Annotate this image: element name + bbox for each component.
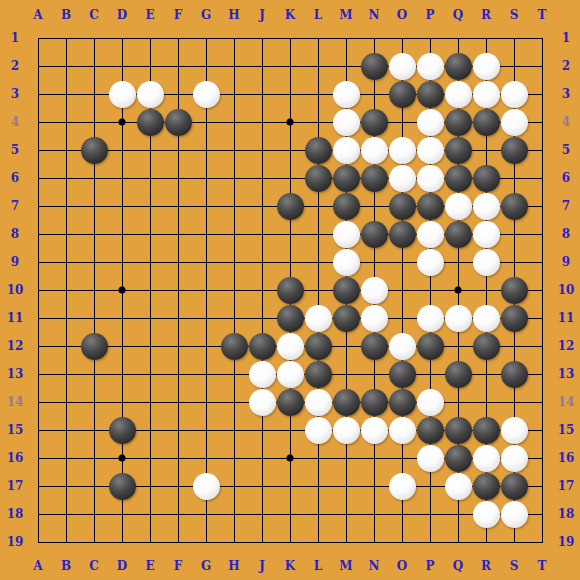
intersection-e16[interactable] (136, 444, 164, 472)
intersection-f7[interactable] (164, 192, 192, 220)
intersection-e8[interactable] (136, 220, 164, 248)
intersection-a3[interactable] (24, 80, 52, 108)
intersection-g1[interactable] (192, 24, 220, 52)
intersection-r19[interactable] (472, 528, 500, 556)
intersection-n16[interactable] (360, 444, 388, 472)
intersection-g17[interactable] (192, 472, 220, 500)
intersection-a14[interactable] (24, 388, 52, 416)
intersection-k7[interactable] (276, 192, 304, 220)
intersection-f19[interactable] (164, 528, 192, 556)
intersection-r2[interactable] (472, 52, 500, 80)
intersection-g6[interactable] (192, 164, 220, 192)
intersection-m11[interactable] (332, 304, 360, 332)
intersection-a12[interactable] (24, 332, 52, 360)
intersection-d16[interactable] (108, 444, 136, 472)
intersection-h10[interactable] (220, 276, 248, 304)
intersection-m8[interactable] (332, 220, 360, 248)
intersection-p18[interactable] (416, 500, 444, 528)
intersection-o19[interactable] (388, 528, 416, 556)
intersection-d14[interactable] (108, 388, 136, 416)
intersection-j10[interactable] (248, 276, 276, 304)
intersection-r7[interactable] (472, 192, 500, 220)
intersection-t6[interactable] (528, 164, 556, 192)
intersection-j3[interactable] (248, 80, 276, 108)
intersection-n7[interactable] (360, 192, 388, 220)
intersection-d12[interactable] (108, 332, 136, 360)
intersection-r11[interactable] (472, 304, 500, 332)
intersection-g16[interactable] (192, 444, 220, 472)
intersection-s11[interactable] (500, 304, 528, 332)
intersection-a17[interactable] (24, 472, 52, 500)
intersection-g8[interactable] (192, 220, 220, 248)
intersection-c1[interactable] (80, 24, 108, 52)
intersection-p15[interactable] (416, 416, 444, 444)
intersection-e14[interactable] (136, 388, 164, 416)
intersection-f6[interactable] (164, 164, 192, 192)
intersection-t9[interactable] (528, 248, 556, 276)
intersection-a7[interactable] (24, 192, 52, 220)
intersection-c13[interactable] (80, 360, 108, 388)
intersection-a5[interactable] (24, 136, 52, 164)
intersection-o9[interactable] (388, 248, 416, 276)
intersection-r10[interactable] (472, 276, 500, 304)
intersection-t17[interactable] (528, 472, 556, 500)
intersection-f12[interactable] (164, 332, 192, 360)
intersection-t10[interactable] (528, 276, 556, 304)
intersection-c9[interactable] (80, 248, 108, 276)
intersection-j14[interactable] (248, 388, 276, 416)
intersection-k17[interactable] (276, 472, 304, 500)
intersection-a8[interactable] (24, 220, 52, 248)
intersection-e2[interactable] (136, 52, 164, 80)
intersection-c7[interactable] (80, 192, 108, 220)
intersection-j13[interactable] (248, 360, 276, 388)
intersection-e5[interactable] (136, 136, 164, 164)
intersection-c15[interactable] (80, 416, 108, 444)
intersection-o16[interactable] (388, 444, 416, 472)
intersection-f11[interactable] (164, 304, 192, 332)
intersection-t18[interactable] (528, 500, 556, 528)
intersection-e4[interactable] (136, 108, 164, 136)
intersection-t5[interactable] (528, 136, 556, 164)
intersection-h12[interactable] (220, 332, 248, 360)
intersection-b12[interactable] (52, 332, 80, 360)
intersection-m9[interactable] (332, 248, 360, 276)
intersection-m17[interactable] (332, 472, 360, 500)
intersection-q10[interactable] (444, 276, 472, 304)
intersection-a4[interactable] (24, 108, 52, 136)
go-board[interactable] (24, 24, 556, 556)
intersection-n6[interactable] (360, 164, 388, 192)
intersection-d15[interactable] (108, 416, 136, 444)
intersection-a13[interactable] (24, 360, 52, 388)
intersection-q9[interactable] (444, 248, 472, 276)
intersection-t4[interactable] (528, 108, 556, 136)
intersection-d13[interactable] (108, 360, 136, 388)
intersection-c3[interactable] (80, 80, 108, 108)
intersection-l8[interactable] (304, 220, 332, 248)
intersection-o8[interactable] (388, 220, 416, 248)
intersection-m13[interactable] (332, 360, 360, 388)
intersection-q16[interactable] (444, 444, 472, 472)
intersection-j1[interactable] (248, 24, 276, 52)
intersection-n4[interactable] (360, 108, 388, 136)
intersection-n3[interactable] (360, 80, 388, 108)
intersection-j7[interactable] (248, 192, 276, 220)
intersection-n8[interactable] (360, 220, 388, 248)
intersection-m1[interactable] (332, 24, 360, 52)
intersection-e19[interactable] (136, 528, 164, 556)
intersection-a11[interactable] (24, 304, 52, 332)
intersection-o3[interactable] (388, 80, 416, 108)
intersection-o13[interactable] (388, 360, 416, 388)
intersection-f13[interactable] (164, 360, 192, 388)
intersection-p12[interactable] (416, 332, 444, 360)
intersection-l6[interactable] (304, 164, 332, 192)
intersection-q5[interactable] (444, 136, 472, 164)
intersection-n1[interactable] (360, 24, 388, 52)
intersection-b1[interactable] (52, 24, 80, 52)
intersection-m19[interactable] (332, 528, 360, 556)
intersection-r9[interactable] (472, 248, 500, 276)
intersection-p3[interactable] (416, 80, 444, 108)
intersection-h5[interactable] (220, 136, 248, 164)
intersection-s15[interactable] (500, 416, 528, 444)
intersection-b15[interactable] (52, 416, 80, 444)
intersection-h19[interactable] (220, 528, 248, 556)
intersection-h4[interactable] (220, 108, 248, 136)
intersection-b6[interactable] (52, 164, 80, 192)
intersection-c16[interactable] (80, 444, 108, 472)
intersection-a9[interactable] (24, 248, 52, 276)
intersection-l14[interactable] (304, 388, 332, 416)
intersection-m7[interactable] (332, 192, 360, 220)
intersection-r1[interactable] (472, 24, 500, 52)
intersection-n13[interactable] (360, 360, 388, 388)
intersection-j6[interactable] (248, 164, 276, 192)
intersection-r4[interactable] (472, 108, 500, 136)
intersection-d11[interactable] (108, 304, 136, 332)
intersection-d8[interactable] (108, 220, 136, 248)
intersection-f5[interactable] (164, 136, 192, 164)
intersection-l4[interactable] (304, 108, 332, 136)
intersection-h16[interactable] (220, 444, 248, 472)
intersection-b5[interactable] (52, 136, 80, 164)
intersection-d7[interactable] (108, 192, 136, 220)
intersection-m18[interactable] (332, 500, 360, 528)
intersection-l9[interactable] (304, 248, 332, 276)
intersection-b10[interactable] (52, 276, 80, 304)
intersection-g3[interactable] (192, 80, 220, 108)
intersection-b4[interactable] (52, 108, 80, 136)
intersection-j2[interactable] (248, 52, 276, 80)
intersection-d19[interactable] (108, 528, 136, 556)
intersection-m3[interactable] (332, 80, 360, 108)
intersection-t3[interactable] (528, 80, 556, 108)
intersection-p19[interactable] (416, 528, 444, 556)
intersection-s13[interactable] (500, 360, 528, 388)
intersection-p4[interactable] (416, 108, 444, 136)
intersection-b17[interactable] (52, 472, 80, 500)
intersection-s10[interactable] (500, 276, 528, 304)
intersection-h6[interactable] (220, 164, 248, 192)
intersection-r17[interactable] (472, 472, 500, 500)
intersection-j15[interactable] (248, 416, 276, 444)
intersection-o17[interactable] (388, 472, 416, 500)
intersection-k1[interactable] (276, 24, 304, 52)
intersection-p9[interactable] (416, 248, 444, 276)
intersection-k8[interactable] (276, 220, 304, 248)
intersection-e13[interactable] (136, 360, 164, 388)
intersection-s7[interactable] (500, 192, 528, 220)
intersection-f4[interactable] (164, 108, 192, 136)
intersection-q4[interactable] (444, 108, 472, 136)
intersection-o11[interactable] (388, 304, 416, 332)
intersection-s17[interactable] (500, 472, 528, 500)
intersection-s2[interactable] (500, 52, 528, 80)
intersection-p13[interactable] (416, 360, 444, 388)
intersection-g7[interactable] (192, 192, 220, 220)
intersection-o14[interactable] (388, 388, 416, 416)
intersection-f17[interactable] (164, 472, 192, 500)
intersection-h11[interactable] (220, 304, 248, 332)
intersection-r5[interactable] (472, 136, 500, 164)
intersection-k19[interactable] (276, 528, 304, 556)
intersection-q8[interactable] (444, 220, 472, 248)
intersection-e7[interactable] (136, 192, 164, 220)
intersection-t2[interactable] (528, 52, 556, 80)
intersection-n17[interactable] (360, 472, 388, 500)
intersection-p7[interactable] (416, 192, 444, 220)
intersection-o4[interactable] (388, 108, 416, 136)
intersection-m2[interactable] (332, 52, 360, 80)
intersection-c19[interactable] (80, 528, 108, 556)
intersection-s9[interactable] (500, 248, 528, 276)
intersection-f16[interactable] (164, 444, 192, 472)
intersection-q17[interactable] (444, 472, 472, 500)
intersection-g18[interactable] (192, 500, 220, 528)
intersection-h9[interactable] (220, 248, 248, 276)
intersection-b8[interactable] (52, 220, 80, 248)
intersection-e6[interactable] (136, 164, 164, 192)
intersection-p10[interactable] (416, 276, 444, 304)
intersection-h1[interactable] (220, 24, 248, 52)
intersection-o1[interactable] (388, 24, 416, 52)
intersection-s6[interactable] (500, 164, 528, 192)
intersection-q1[interactable] (444, 24, 472, 52)
intersection-n18[interactable] (360, 500, 388, 528)
intersection-j17[interactable] (248, 472, 276, 500)
intersection-k6[interactable] (276, 164, 304, 192)
intersection-e1[interactable] (136, 24, 164, 52)
intersection-l16[interactable] (304, 444, 332, 472)
intersection-c17[interactable] (80, 472, 108, 500)
intersection-t1[interactable] (528, 24, 556, 52)
intersection-p6[interactable] (416, 164, 444, 192)
intersection-a15[interactable] (24, 416, 52, 444)
intersection-m12[interactable] (332, 332, 360, 360)
intersection-p16[interactable] (416, 444, 444, 472)
intersection-k16[interactable] (276, 444, 304, 472)
intersection-c4[interactable] (80, 108, 108, 136)
intersection-n2[interactable] (360, 52, 388, 80)
intersection-b11[interactable] (52, 304, 80, 332)
intersection-n5[interactable] (360, 136, 388, 164)
intersection-q12[interactable] (444, 332, 472, 360)
intersection-j5[interactable] (248, 136, 276, 164)
intersection-d5[interactable] (108, 136, 136, 164)
intersection-m10[interactable] (332, 276, 360, 304)
intersection-d17[interactable] (108, 472, 136, 500)
intersection-p8[interactable] (416, 220, 444, 248)
intersection-f3[interactable] (164, 80, 192, 108)
intersection-o12[interactable] (388, 332, 416, 360)
intersection-d10[interactable] (108, 276, 136, 304)
intersection-l19[interactable] (304, 528, 332, 556)
intersection-r18[interactable] (472, 500, 500, 528)
intersection-e11[interactable] (136, 304, 164, 332)
intersection-k2[interactable] (276, 52, 304, 80)
intersection-h7[interactable] (220, 192, 248, 220)
intersection-f1[interactable] (164, 24, 192, 52)
intersection-m15[interactable] (332, 416, 360, 444)
intersection-l1[interactable] (304, 24, 332, 52)
intersection-c8[interactable] (80, 220, 108, 248)
intersection-o18[interactable] (388, 500, 416, 528)
intersection-c12[interactable] (80, 332, 108, 360)
intersection-m4[interactable] (332, 108, 360, 136)
intersection-b19[interactable] (52, 528, 80, 556)
intersection-l15[interactable] (304, 416, 332, 444)
intersection-k9[interactable] (276, 248, 304, 276)
intersection-g2[interactable] (192, 52, 220, 80)
intersection-e12[interactable] (136, 332, 164, 360)
intersection-g9[interactable] (192, 248, 220, 276)
intersection-h3[interactable] (220, 80, 248, 108)
intersection-q11[interactable] (444, 304, 472, 332)
intersection-l17[interactable] (304, 472, 332, 500)
intersection-p5[interactable] (416, 136, 444, 164)
intersection-t14[interactable] (528, 388, 556, 416)
intersection-s3[interactable] (500, 80, 528, 108)
intersection-b7[interactable] (52, 192, 80, 220)
intersection-b18[interactable] (52, 500, 80, 528)
intersection-b3[interactable] (52, 80, 80, 108)
intersection-m16[interactable] (332, 444, 360, 472)
intersection-g5[interactable] (192, 136, 220, 164)
intersection-m6[interactable] (332, 164, 360, 192)
intersection-c5[interactable] (80, 136, 108, 164)
intersection-q13[interactable] (444, 360, 472, 388)
intersection-s18[interactable] (500, 500, 528, 528)
intersection-j11[interactable] (248, 304, 276, 332)
intersection-a2[interactable] (24, 52, 52, 80)
intersection-k14[interactable] (276, 388, 304, 416)
intersection-l10[interactable] (304, 276, 332, 304)
intersection-c11[interactable] (80, 304, 108, 332)
intersection-h14[interactable] (220, 388, 248, 416)
intersection-e15[interactable] (136, 416, 164, 444)
intersection-b14[interactable] (52, 388, 80, 416)
intersection-n19[interactable] (360, 528, 388, 556)
intersection-k10[interactable] (276, 276, 304, 304)
intersection-m5[interactable] (332, 136, 360, 164)
intersection-j18[interactable] (248, 500, 276, 528)
intersection-q3[interactable] (444, 80, 472, 108)
intersection-k5[interactable] (276, 136, 304, 164)
intersection-a6[interactable] (24, 164, 52, 192)
intersection-f18[interactable] (164, 500, 192, 528)
intersection-k13[interactable] (276, 360, 304, 388)
intersection-k11[interactable] (276, 304, 304, 332)
intersection-e17[interactable] (136, 472, 164, 500)
intersection-k4[interactable] (276, 108, 304, 136)
intersection-d18[interactable] (108, 500, 136, 528)
intersection-r8[interactable] (472, 220, 500, 248)
intersection-s8[interactable] (500, 220, 528, 248)
intersection-d9[interactable] (108, 248, 136, 276)
intersection-n10[interactable] (360, 276, 388, 304)
intersection-q2[interactable] (444, 52, 472, 80)
intersection-r13[interactable] (472, 360, 500, 388)
intersection-g13[interactable] (192, 360, 220, 388)
intersection-b9[interactable] (52, 248, 80, 276)
intersection-o5[interactable] (388, 136, 416, 164)
intersection-k15[interactable] (276, 416, 304, 444)
intersection-f9[interactable] (164, 248, 192, 276)
intersection-k3[interactable] (276, 80, 304, 108)
intersection-a19[interactable] (24, 528, 52, 556)
intersection-h13[interactable] (220, 360, 248, 388)
intersection-g10[interactable] (192, 276, 220, 304)
intersection-q18[interactable] (444, 500, 472, 528)
intersection-p14[interactable] (416, 388, 444, 416)
intersection-p11[interactable] (416, 304, 444, 332)
intersection-a18[interactable] (24, 500, 52, 528)
intersection-q15[interactable] (444, 416, 472, 444)
intersection-d4[interactable] (108, 108, 136, 136)
intersection-g14[interactable] (192, 388, 220, 416)
intersection-b2[interactable] (52, 52, 80, 80)
intersection-h17[interactable] (220, 472, 248, 500)
intersection-q19[interactable] (444, 528, 472, 556)
intersection-s14[interactable] (500, 388, 528, 416)
intersection-e3[interactable] (136, 80, 164, 108)
intersection-f14[interactable] (164, 388, 192, 416)
intersection-n15[interactable] (360, 416, 388, 444)
intersection-d2[interactable] (108, 52, 136, 80)
intersection-n12[interactable] (360, 332, 388, 360)
intersection-s4[interactable] (500, 108, 528, 136)
intersection-n14[interactable] (360, 388, 388, 416)
intersection-a16[interactable] (24, 444, 52, 472)
intersection-a10[interactable] (24, 276, 52, 304)
intersection-r15[interactable] (472, 416, 500, 444)
intersection-l3[interactable] (304, 80, 332, 108)
intersection-o2[interactable] (388, 52, 416, 80)
intersection-n11[interactable] (360, 304, 388, 332)
intersection-m14[interactable] (332, 388, 360, 416)
intersection-j9[interactable] (248, 248, 276, 276)
intersection-q6[interactable] (444, 164, 472, 192)
intersection-t11[interactable] (528, 304, 556, 332)
intersection-o10[interactable] (388, 276, 416, 304)
intersection-h15[interactable] (220, 416, 248, 444)
intersection-t8[interactable] (528, 220, 556, 248)
intersection-p2[interactable] (416, 52, 444, 80)
intersection-g4[interactable] (192, 108, 220, 136)
intersection-c14[interactable] (80, 388, 108, 416)
